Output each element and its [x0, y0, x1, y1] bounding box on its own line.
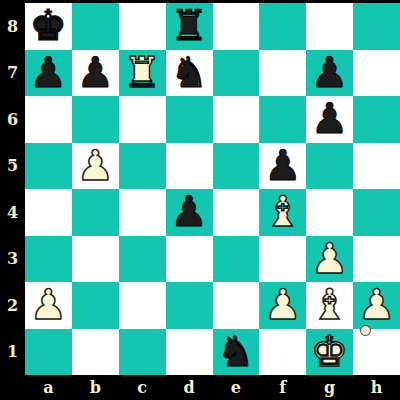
square-e8[interactable] [213, 3, 260, 50]
square-a3[interactable] [25, 236, 72, 283]
square-g8[interactable] [306, 3, 353, 50]
square-b3[interactable] [72, 236, 119, 283]
square-c6[interactable] [119, 96, 166, 143]
square-f6[interactable] [259, 96, 306, 143]
square-e4[interactable] [213, 189, 260, 236]
square-e2[interactable] [213, 282, 260, 329]
file-label-e: e [213, 375, 260, 400]
square-a5[interactable] [25, 143, 72, 190]
square-f1[interactable] [259, 329, 306, 376]
black-king: ♚ [30, 5, 68, 47]
file-label-g: g [306, 375, 353, 400]
black-rook: ♜ [170, 5, 208, 47]
rank-label-2: 2 [0, 282, 25, 329]
square-h2[interactable]: ♟ [353, 282, 400, 329]
square-a1[interactable] [25, 329, 72, 376]
square-g2[interactable]: ♝ [306, 282, 353, 329]
chess-board: ♚♜♟♟♜♞♟♟♟♟♟♝♟♟♟♝♟♞♚ [25, 3, 400, 375]
black-knight: ♞ [170, 52, 208, 94]
file-label-a: a [25, 375, 72, 400]
white-pawn: ♟ [30, 284, 68, 326]
square-f2[interactable]: ♟ [259, 282, 306, 329]
square-b5[interactable]: ♟ [72, 143, 119, 190]
rank-label-6: 6 [0, 96, 25, 143]
square-d2[interactable] [166, 282, 213, 329]
file-label-d: d [166, 375, 213, 400]
square-g7[interactable]: ♟ [306, 50, 353, 97]
square-b8[interactable] [72, 3, 119, 50]
chess-diagram: ♚♜♟♟♜♞♟♟♟♟♟♝♟♟♟♝♟♞♚ 87654321 abcdefgh [0, 0, 400, 400]
file-label-f: f [259, 375, 306, 400]
white-to-move-indicator [360, 325, 371, 336]
square-b4[interactable] [72, 189, 119, 236]
white-king: ♚ [311, 331, 349, 373]
white-bishop: ♝ [264, 191, 302, 233]
square-d4[interactable]: ♟ [166, 189, 213, 236]
square-c8[interactable] [119, 3, 166, 50]
square-b2[interactable] [72, 282, 119, 329]
square-e1[interactable]: ♞ [213, 329, 260, 376]
black-pawn: ♟ [311, 98, 349, 140]
square-a7[interactable]: ♟ [25, 50, 72, 97]
black-pawn: ♟ [311, 52, 349, 94]
square-b6[interactable] [72, 96, 119, 143]
white-bishop: ♝ [311, 284, 349, 326]
square-d5[interactable] [166, 143, 213, 190]
square-f4[interactable]: ♝ [259, 189, 306, 236]
square-h8[interactable] [353, 3, 400, 50]
white-pawn: ♟ [76, 145, 114, 187]
square-d1[interactable] [166, 329, 213, 376]
square-a8[interactable]: ♚ [25, 3, 72, 50]
square-g1[interactable]: ♚ [306, 329, 353, 376]
square-c7[interactable]: ♜ [119, 50, 166, 97]
square-b1[interactable] [72, 329, 119, 376]
square-f7[interactable] [259, 50, 306, 97]
rank-labels: 87654321 [0, 3, 25, 375]
square-h3[interactable] [353, 236, 400, 283]
white-pawn: ♟ [358, 284, 396, 326]
white-rook: ♜ [123, 52, 161, 94]
square-e6[interactable] [213, 96, 260, 143]
square-h4[interactable] [353, 189, 400, 236]
rank-label-3: 3 [0, 236, 25, 283]
square-h1[interactable] [353, 329, 400, 376]
square-a6[interactable] [25, 96, 72, 143]
file-label-h: h [353, 375, 400, 400]
file-labels: abcdefgh [25, 375, 400, 400]
square-f8[interactable] [259, 3, 306, 50]
square-e7[interactable] [213, 50, 260, 97]
square-c4[interactable] [119, 189, 166, 236]
square-h7[interactable] [353, 50, 400, 97]
black-pawn: ♟ [170, 191, 208, 233]
black-pawn: ♟ [30, 52, 68, 94]
rank-label-5: 5 [0, 143, 25, 190]
square-h6[interactable] [353, 96, 400, 143]
square-d8[interactable]: ♜ [166, 3, 213, 50]
white-pawn: ♟ [264, 284, 302, 326]
rank-label-1: 1 [0, 329, 25, 376]
square-d6[interactable] [166, 96, 213, 143]
square-c2[interactable] [119, 282, 166, 329]
rank-label-4: 4 [0, 189, 25, 236]
square-c3[interactable] [119, 236, 166, 283]
rank-label-8: 8 [0, 3, 25, 50]
file-label-c: c [119, 375, 166, 400]
square-c1[interactable] [119, 329, 166, 376]
square-b7[interactable]: ♟ [72, 50, 119, 97]
white-pawn: ♟ [311, 238, 349, 280]
square-c5[interactable] [119, 143, 166, 190]
square-g4[interactable] [306, 189, 353, 236]
square-g3[interactable]: ♟ [306, 236, 353, 283]
black-knight: ♞ [217, 331, 255, 373]
file-label-b: b [72, 375, 119, 400]
square-g5[interactable] [306, 143, 353, 190]
square-a2[interactable]: ♟ [25, 282, 72, 329]
square-e3[interactable] [213, 236, 260, 283]
square-f5[interactable]: ♟ [259, 143, 306, 190]
square-e5[interactable] [213, 143, 260, 190]
square-a4[interactable] [25, 189, 72, 236]
square-h5[interactable] [353, 143, 400, 190]
square-d3[interactable] [166, 236, 213, 283]
rank-label-7: 7 [0, 50, 25, 97]
black-pawn: ♟ [76, 52, 114, 94]
square-g6[interactable]: ♟ [306, 96, 353, 143]
black-pawn: ♟ [264, 145, 302, 187]
square-d7[interactable]: ♞ [166, 50, 213, 97]
square-f3[interactable] [259, 236, 306, 283]
